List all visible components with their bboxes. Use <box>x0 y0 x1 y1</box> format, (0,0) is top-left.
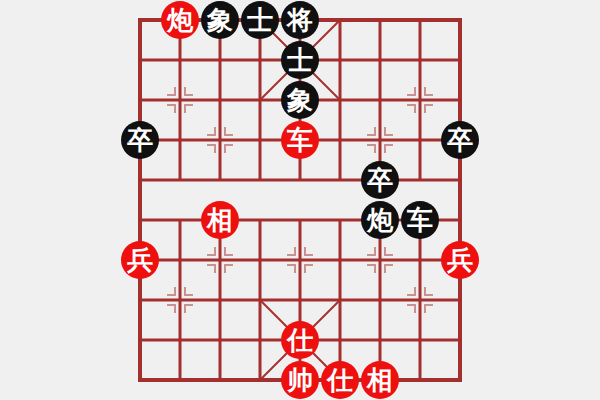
piece-red-soldier[interactable]: 兵 <box>121 241 159 279</box>
piece-red-elephant[interactable]: 相 <box>201 201 239 239</box>
piece-black-advisor[interactable]: 士 <box>241 1 279 39</box>
piece-red-soldier[interactable]: 兵 <box>441 241 479 279</box>
piece-black-soldier[interactable]: 卒 <box>441 121 479 159</box>
piece-black-elephant[interactable]: 象 <box>201 1 239 39</box>
piece-red-chariot[interactable]: 车 <box>281 121 319 159</box>
xiangqi-diagram: 炮象士将士象卒车卒卒相炮车兵兵仕帅仕相 <box>0 0 600 400</box>
piece-black-soldier[interactable]: 卒 <box>361 161 399 199</box>
piece-black-elephant[interactable]: 象 <box>281 81 319 119</box>
piece-red-advisor[interactable]: 仕 <box>321 361 359 399</box>
piece-black-advisor[interactable]: 士 <box>281 41 319 79</box>
piece-black-king[interactable]: 将 <box>281 1 319 39</box>
piece-black-soldier[interactable]: 卒 <box>121 121 159 159</box>
piece-red-elephant[interactable]: 相 <box>361 361 399 399</box>
piece-black-chariot[interactable]: 车 <box>401 201 439 239</box>
piece-black-cannon[interactable]: 炮 <box>361 201 399 239</box>
piece-red-advisor[interactable]: 仕 <box>281 321 319 359</box>
piece-red-cannon[interactable]: 炮 <box>161 1 199 39</box>
piece-red-king[interactable]: 帅 <box>281 361 319 399</box>
